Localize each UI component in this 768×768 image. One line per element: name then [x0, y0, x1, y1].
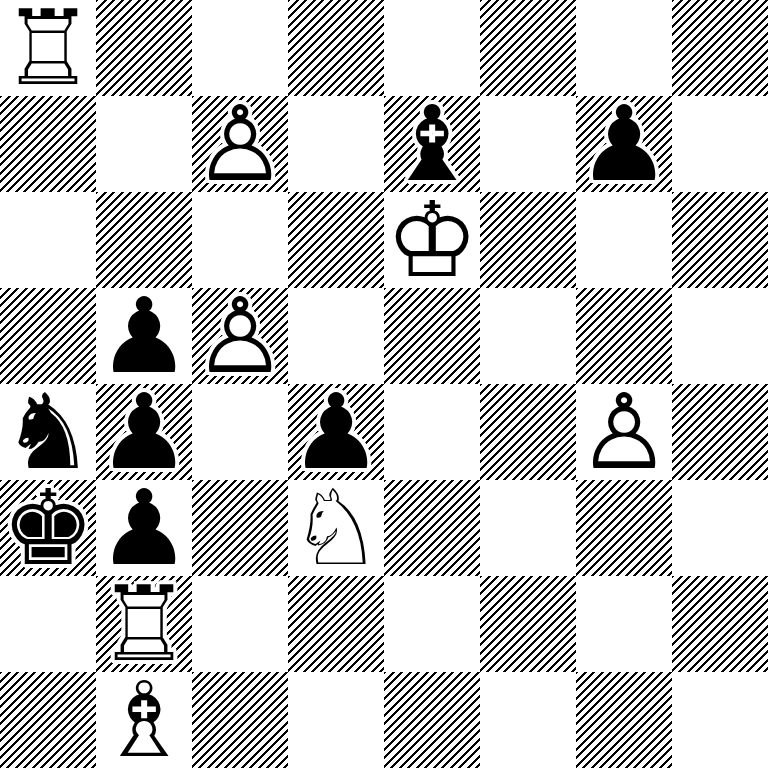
square-b5[interactable]: ♟♟	[96, 288, 192, 384]
square-c7[interactable]: ♟♙	[192, 96, 288, 192]
square-b3[interactable]: ♟♟	[96, 480, 192, 576]
square-h7[interactable]	[672, 96, 768, 192]
square-d6[interactable]	[288, 192, 384, 288]
black-pawn-halo: ♟	[576, 96, 672, 192]
square-d8[interactable]	[288, 0, 384, 96]
black-king: ♚	[0, 480, 96, 576]
square-a7[interactable]	[0, 96, 96, 192]
square-e1[interactable]	[384, 672, 480, 768]
white-rook: ♖	[96, 576, 192, 672]
white-rook-halo: ♜	[96, 576, 192, 672]
white-pawn-halo: ♟	[576, 384, 672, 480]
square-e6[interactable]: ♚♔	[384, 192, 480, 288]
square-h8[interactable]	[672, 0, 768, 96]
square-d2[interactable]	[288, 576, 384, 672]
white-pawn: ♙	[192, 288, 288, 384]
square-g4[interactable]: ♟♙	[576, 384, 672, 480]
white-rook-halo: ♜	[0, 0, 96, 96]
square-a3[interactable]: ♚♚	[0, 480, 96, 576]
square-f7[interactable]	[480, 96, 576, 192]
white-rook: ♖	[0, 0, 96, 96]
square-b2[interactable]: ♜♖	[96, 576, 192, 672]
black-pawn: ♟	[288, 384, 384, 480]
square-f4[interactable]	[480, 384, 576, 480]
square-d5[interactable]	[288, 288, 384, 384]
square-g6[interactable]	[576, 192, 672, 288]
square-h6[interactable]	[672, 192, 768, 288]
square-f8[interactable]	[480, 0, 576, 96]
square-a8[interactable]: ♜♖	[0, 0, 96, 96]
black-pawn-halo: ♟	[96, 288, 192, 384]
square-h3[interactable]	[672, 480, 768, 576]
square-e7[interactable]: ♝♝	[384, 96, 480, 192]
square-a6[interactable]	[0, 192, 96, 288]
black-pawn: ♟	[96, 288, 192, 384]
square-b1[interactable]: ♝♗	[96, 672, 192, 768]
square-f5[interactable]	[480, 288, 576, 384]
white-pawn: ♙	[192, 96, 288, 192]
square-h1[interactable]	[672, 672, 768, 768]
black-bishop: ♝	[384, 96, 480, 192]
square-c1[interactable]	[192, 672, 288, 768]
square-d1[interactable]	[288, 672, 384, 768]
white-king-halo: ♚	[384, 192, 480, 288]
square-h5[interactable]	[672, 288, 768, 384]
square-b8[interactable]	[96, 0, 192, 96]
square-h2[interactable]	[672, 576, 768, 672]
square-f1[interactable]	[480, 672, 576, 768]
black-pawn-halo: ♟	[96, 384, 192, 480]
square-e2[interactable]	[384, 576, 480, 672]
square-h4[interactable]	[672, 384, 768, 480]
square-c5[interactable]: ♟♙	[192, 288, 288, 384]
square-d4[interactable]: ♟♟	[288, 384, 384, 480]
square-c4[interactable]	[192, 384, 288, 480]
square-c2[interactable]	[192, 576, 288, 672]
square-b6[interactable]	[96, 192, 192, 288]
square-c8[interactable]	[192, 0, 288, 96]
square-d3[interactable]: ♞♘	[288, 480, 384, 576]
square-g2[interactable]	[576, 576, 672, 672]
white-bishop-halo: ♝	[96, 672, 192, 768]
chess-board: ♜♖♟♙♝♝♟♟♚♔♟♟♟♙♞♞♟♟♟♟♟♙♚♚♟♟♞♘♜♖♝♗	[0, 0, 768, 768]
white-king: ♔	[384, 192, 480, 288]
black-pawn: ♟	[96, 384, 192, 480]
white-bishop: ♗	[96, 672, 192, 768]
square-g1[interactable]	[576, 672, 672, 768]
square-f3[interactable]	[480, 480, 576, 576]
black-pawn-halo: ♟	[288, 384, 384, 480]
black-knight: ♞	[0, 384, 96, 480]
black-king-halo: ♚	[0, 480, 96, 576]
black-pawn: ♟	[96, 480, 192, 576]
black-knight-halo: ♞	[0, 384, 96, 480]
square-d7[interactable]	[288, 96, 384, 192]
square-a5[interactable]	[0, 288, 96, 384]
square-f2[interactable]	[480, 576, 576, 672]
square-e8[interactable]	[384, 0, 480, 96]
square-c3[interactable]	[192, 480, 288, 576]
square-c6[interactable]	[192, 192, 288, 288]
black-pawn: ♟	[576, 96, 672, 192]
square-g5[interactable]	[576, 288, 672, 384]
square-g8[interactable]	[576, 0, 672, 96]
square-a4[interactable]: ♞♞	[0, 384, 96, 480]
square-b7[interactable]	[96, 96, 192, 192]
square-e5[interactable]	[384, 288, 480, 384]
black-pawn-halo: ♟	[96, 480, 192, 576]
white-knight: ♘	[288, 480, 384, 576]
black-bishop-halo: ♝	[384, 96, 480, 192]
square-g3[interactable]	[576, 480, 672, 576]
square-a2[interactable]	[0, 576, 96, 672]
white-pawn-halo: ♟	[192, 288, 288, 384]
square-a1[interactable]	[0, 672, 96, 768]
white-pawn-halo: ♟	[192, 96, 288, 192]
white-knight-halo: ♞	[288, 480, 384, 576]
square-e4[interactable]	[384, 384, 480, 480]
square-e3[interactable]	[384, 480, 480, 576]
square-b4[interactable]: ♟♟	[96, 384, 192, 480]
white-pawn: ♙	[576, 384, 672, 480]
square-f6[interactable]	[480, 192, 576, 288]
square-g7[interactable]: ♟♟	[576, 96, 672, 192]
